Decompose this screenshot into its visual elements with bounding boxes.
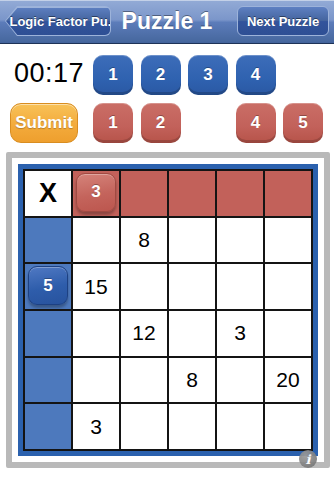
- app-screen: Logic Factor Pu... Puzzle 1 Next Puzzle …: [0, 0, 334, 480]
- row-header-cell-2[interactable]: 5: [25, 264, 71, 309]
- row-header-cell-3[interactable]: [25, 311, 71, 356]
- product-clue: 3: [234, 321, 246, 345]
- red-factor-button-2[interactable]: 2: [141, 103, 181, 143]
- red-factor-tile-3[interactable]: 3: [76, 173, 116, 212]
- grid-cell-r1c4: [217, 218, 263, 263]
- grid-cell-r2c5: [265, 264, 311, 309]
- product-clue: 15: [84, 275, 107, 299]
- grid-cell-r1c2: 8: [121, 218, 167, 263]
- grid-cell-r1c1: [73, 218, 119, 263]
- product-clue: 12: [132, 321, 155, 345]
- red-factor-button-5[interactable]: 5: [283, 103, 323, 143]
- corner-cell: X: [25, 171, 71, 216]
- grid-cell-r3c3: [169, 311, 215, 356]
- back-button-shape: Logic Factor Pu...: [6, 7, 110, 35]
- blue-factor-button-3[interactable]: 3: [188, 55, 228, 95]
- blue-factor-tile-5[interactable]: 5: [28, 266, 68, 305]
- grid-cell-r4c4: [217, 358, 263, 403]
- back-button[interactable]: Logic Factor Pu...: [5, 6, 111, 36]
- corner-x-label: X: [39, 178, 57, 209]
- grid-cell-r4c5: 20: [265, 358, 311, 403]
- grid-cell-r5c1: 3: [73, 404, 119, 449]
- grid-cell-r3c5: [265, 311, 311, 356]
- blue-tile-label: 5: [43, 276, 52, 296]
- info-button[interactable]: i: [299, 450, 317, 468]
- blue-factor-button-4[interactable]: 4: [236, 55, 276, 95]
- grid-cell-r4c3: 8: [169, 358, 215, 403]
- column-header-cell-4[interactable]: [217, 171, 263, 216]
- row-header-cell-4[interactable]: [25, 358, 71, 403]
- grid-cell-r5c2: [121, 404, 167, 449]
- row-header-cell-5[interactable]: [25, 404, 71, 449]
- blue-factor-button-1[interactable]: 1: [93, 55, 133, 95]
- column-header-cell-1[interactable]: 3: [73, 171, 119, 216]
- navbar: Logic Factor Pu... Puzzle 1 Next Puzzle: [0, 0, 334, 44]
- grid-cell-r1c5: [265, 218, 311, 263]
- timer: 00:17: [14, 58, 84, 88]
- product-clue: 8: [138, 228, 150, 252]
- grid-cell-r2c4: [217, 264, 263, 309]
- grid-cell-r5c3: [169, 404, 215, 449]
- red-factor-button-4[interactable]: 4: [236, 103, 276, 143]
- product-clue: 20: [276, 368, 299, 392]
- grid-cell-r2c2: [121, 264, 167, 309]
- grid-cell-r3c2: 12: [121, 311, 167, 356]
- grid-cell-r3c4: 3: [217, 311, 263, 356]
- submit-button[interactable]: Submit: [10, 103, 78, 143]
- grid-cell-r5c4: [217, 404, 263, 449]
- grid-cell-r3c1: [73, 311, 119, 356]
- factor-grid: X 3 8: [23, 169, 313, 451]
- page-title: Puzzle 1: [122, 8, 213, 35]
- back-button-label: Logic Factor Pu...: [9, 14, 118, 29]
- board-frame: X 3 8: [18, 164, 318, 456]
- red-tile-label: 3: [91, 182, 100, 202]
- grid-cell-r4c2: [121, 358, 167, 403]
- product-clue: 3: [90, 415, 102, 439]
- product-clue: 8: [186, 368, 198, 392]
- blue-factor-button-2[interactable]: 2: [141, 55, 181, 95]
- game-board: X 3 8: [6, 152, 330, 468]
- grid-cell-r2c3: [169, 264, 215, 309]
- red-factor-button-1[interactable]: 1: [93, 103, 133, 143]
- grid-cell-r1c3: [169, 218, 215, 263]
- grid-cell-r2c1: 15: [73, 264, 119, 309]
- column-header-cell-2[interactable]: [121, 171, 167, 216]
- grid-cell-r5c5: [265, 404, 311, 449]
- info-icon: i: [306, 453, 311, 466]
- row-header-cell-1[interactable]: [25, 218, 71, 263]
- next-puzzle-button[interactable]: Next Puzzle: [237, 6, 329, 36]
- grid-cell-r4c1: [73, 358, 119, 403]
- column-header-cell-3[interactable]: [169, 171, 215, 216]
- column-header-cell-5[interactable]: [265, 171, 311, 216]
